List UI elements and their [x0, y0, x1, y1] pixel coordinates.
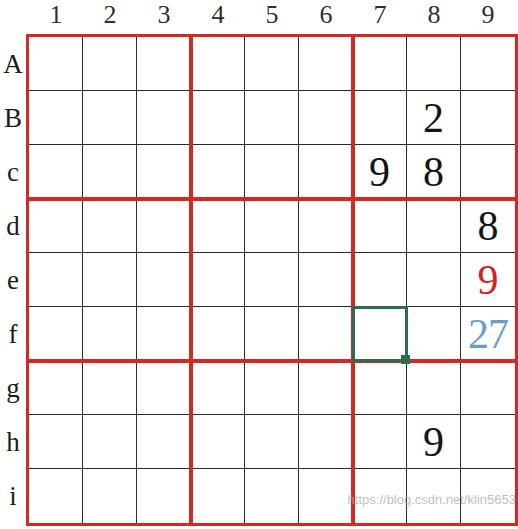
cell-c1[interactable]	[29, 145, 83, 199]
cell-d3[interactable]	[137, 199, 191, 253]
col-label-6: 6	[299, 0, 353, 30]
col-label-3: 3	[137, 0, 191, 30]
cell-c4[interactable]	[191, 145, 245, 199]
cell-c7[interactable]: 9	[353, 145, 407, 199]
cell-B2[interactable]	[83, 91, 137, 145]
cell-A1[interactable]	[29, 37, 83, 91]
selected-cell-outline[interactable]	[352, 306, 408, 362]
cell-i5[interactable]	[245, 469, 299, 523]
row-label-h: h	[0, 415, 26, 469]
cell-i2[interactable]	[83, 469, 137, 523]
cell-g2[interactable]	[83, 361, 137, 415]
cell-B4[interactable]	[191, 91, 245, 145]
box-divider-vertical-2	[351, 34, 355, 526]
cell-i4[interactable]	[191, 469, 245, 523]
sudoku-board: 29889279	[26, 34, 518, 526]
col-label-8: 8	[407, 0, 461, 30]
cell-B8[interactable]: 2	[407, 91, 461, 145]
cell-B5[interactable]	[245, 91, 299, 145]
col-label-9: 9	[461, 0, 515, 30]
box-divider-horizontal-1	[26, 197, 518, 201]
cell-B1[interactable]	[29, 91, 83, 145]
cell-f2[interactable]	[83, 307, 137, 361]
cell-e7[interactable]	[353, 253, 407, 307]
cell-e5[interactable]	[245, 253, 299, 307]
cell-A3[interactable]	[137, 37, 191, 91]
sudoku-app: 123456789 ABcdefghi 29889279 https://blo…	[0, 0, 518, 529]
cell-h4[interactable]	[191, 415, 245, 469]
cell-A7[interactable]	[353, 37, 407, 91]
cell-g5[interactable]	[245, 361, 299, 415]
cell-h5[interactable]	[245, 415, 299, 469]
cell-i3[interactable]	[137, 469, 191, 523]
cell-f6[interactable]	[299, 307, 353, 361]
cell-d5[interactable]	[245, 199, 299, 253]
row-label-e: e	[0, 253, 26, 307]
cell-i1[interactable]	[29, 469, 83, 523]
col-label-4: 4	[191, 0, 245, 30]
row-label-A: A	[0, 37, 26, 91]
cell-c6[interactable]	[299, 145, 353, 199]
cell-e8[interactable]	[407, 253, 461, 307]
row-label-g: g	[0, 361, 26, 415]
cell-A5[interactable]	[245, 37, 299, 91]
selection-drag-handle-icon[interactable]	[401, 355, 410, 364]
cell-d2[interactable]	[83, 199, 137, 253]
cell-f1[interactable]	[29, 307, 83, 361]
col-label-7: 7	[353, 0, 407, 30]
cell-c5[interactable]	[245, 145, 299, 199]
col-label-2: 2	[83, 0, 137, 30]
cell-d7[interactable]	[353, 199, 407, 253]
col-label-1: 1	[29, 0, 83, 30]
row-label-B: B	[0, 91, 26, 145]
cell-A9[interactable]	[461, 37, 515, 91]
cell-A4[interactable]	[191, 37, 245, 91]
cell-d4[interactable]	[191, 199, 245, 253]
cell-g6[interactable]	[299, 361, 353, 415]
cell-h7[interactable]	[353, 415, 407, 469]
cell-g4[interactable]	[191, 361, 245, 415]
cell-d6[interactable]	[299, 199, 353, 253]
col-label-5: 5	[245, 0, 299, 30]
cell-A6[interactable]	[299, 37, 353, 91]
cell-e9[interactable]: 9	[461, 253, 515, 307]
cell-h3[interactable]	[137, 415, 191, 469]
cell-f4[interactable]	[191, 307, 245, 361]
row-label-c: c	[0, 145, 26, 199]
cell-i6[interactable]	[299, 469, 353, 523]
cell-h8[interactable]: 9	[407, 415, 461, 469]
row-labels: ABcdefghi	[0, 37, 26, 523]
cell-d9[interactable]: 8	[461, 199, 515, 253]
cell-d1[interactable]	[29, 199, 83, 253]
cell-g7[interactable]	[353, 361, 407, 415]
box-divider-horizontal-2	[26, 359, 518, 363]
cell-g8[interactable]	[407, 361, 461, 415]
cell-f9[interactable]: 27	[461, 307, 515, 361]
cell-h2[interactable]	[83, 415, 137, 469]
row-label-f: f	[0, 307, 26, 361]
cell-e1[interactable]	[29, 253, 83, 307]
cell-g1[interactable]	[29, 361, 83, 415]
cell-B7[interactable]	[353, 91, 407, 145]
box-divider-vertical-1	[189, 34, 193, 526]
watermark: https://blog.csdn.net/klin5653	[348, 492, 516, 507]
cell-B3[interactable]	[137, 91, 191, 145]
cell-f5[interactable]	[245, 307, 299, 361]
cell-h6[interactable]	[299, 415, 353, 469]
column-labels: 123456789	[29, 0, 515, 30]
row-label-d: d	[0, 199, 26, 253]
cell-d8[interactable]	[407, 199, 461, 253]
cell-c3[interactable]	[137, 145, 191, 199]
cell-h9[interactable]	[461, 415, 515, 469]
cell-B9[interactable]	[461, 91, 515, 145]
cell-B6[interactable]	[299, 91, 353, 145]
cell-g9[interactable]	[461, 361, 515, 415]
cell-e3[interactable]	[137, 253, 191, 307]
cell-e4[interactable]	[191, 253, 245, 307]
cell-e2[interactable]	[83, 253, 137, 307]
cell-c8[interactable]: 8	[407, 145, 461, 199]
cell-h1[interactable]	[29, 415, 83, 469]
cell-e6[interactable]	[299, 253, 353, 307]
cell-c2[interactable]	[83, 145, 137, 199]
cell-f8[interactable]	[407, 307, 461, 361]
cell-A2[interactable]	[83, 37, 137, 91]
cell-c9[interactable]	[461, 145, 515, 199]
cell-f3[interactable]	[137, 307, 191, 361]
cell-g3[interactable]	[137, 361, 191, 415]
cell-A8[interactable]	[407, 37, 461, 91]
row-label-i: i	[0, 469, 26, 523]
